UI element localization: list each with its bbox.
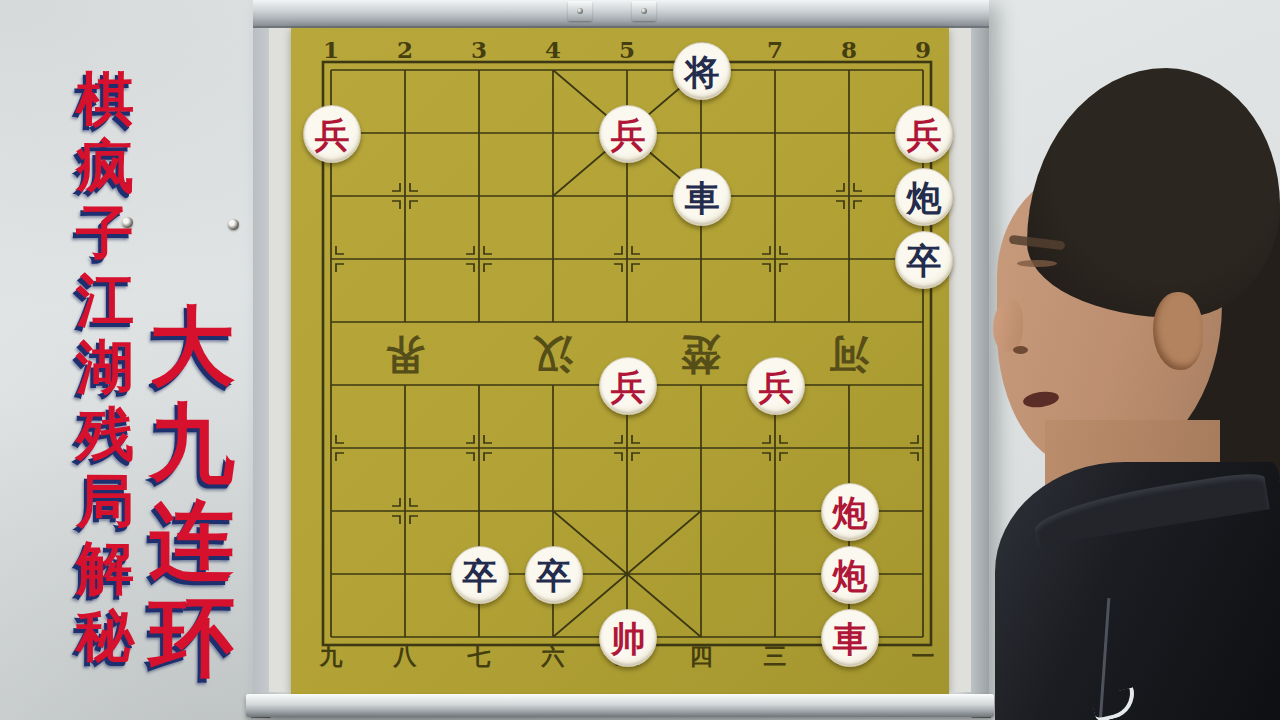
file-label-bottom: 六 [542,641,565,672]
channel-title: 棋疯子江湖残局解秘 [70,66,140,669]
file-label-bottom: 八 [394,641,417,672]
piece-red-兵[interactable]: 兵 [599,105,657,163]
presenter-eye [1017,260,1057,267]
river-text: 界 [385,327,425,382]
piece-red-炮[interactable]: 炮 [821,483,879,541]
presenter [985,0,1280,720]
file-label-top: 3 [471,36,487,63]
piece-glyph: 将 [685,54,720,89]
file-label-bottom: 四 [690,641,713,672]
piece-glyph: 炮 [833,495,868,530]
piece-red-兵[interactable]: 兵 [747,357,805,415]
file-label-top: 4 [545,36,561,63]
river-text: 楚 [681,327,721,382]
file-label-bottom: 七 [468,641,491,672]
piece-black-将[interactable]: 将 [673,42,731,100]
piece-glyph: 車 [833,621,868,656]
presenter-hair [1027,68,1280,318]
file-label-bottom: 三 [764,641,787,672]
file-label-bottom: 九 [320,641,343,672]
title-char: 环 [149,589,235,686]
piece-black-卒[interactable]: 卒 [895,231,953,289]
wall-screw [228,219,239,230]
title-char: 残 [76,401,134,468]
title-char: 九 [149,395,235,492]
river-text: 河 [829,327,869,382]
file-label-bottom: 一 [912,641,935,672]
marker-tray [246,694,994,717]
piece-red-兵[interactable]: 兵 [599,357,657,415]
frame-top-rail [253,0,989,28]
title-char: 江 [76,267,134,334]
piece-glyph: 兵 [759,369,794,404]
hanger-bracket [568,1,592,21]
piece-glyph: 卒 [463,558,498,593]
piece-glyph: 兵 [611,117,646,152]
file-label-top: 2 [397,36,413,63]
river-text: 汉 [533,327,573,382]
hanger-bracket [632,1,656,21]
piece-glyph: 兵 [907,117,942,152]
title-char: 秘 [76,602,134,669]
file-label-top: 5 [619,36,635,63]
piece-glyph: 帅 [611,621,646,656]
piece-glyph: 炮 [907,180,942,215]
file-label-top: 7 [767,36,783,63]
piece-red-兵[interactable]: 兵 [303,105,361,163]
piece-black-車[interactable]: 車 [673,168,731,226]
piece-black-卒[interactable]: 卒 [525,546,583,604]
piece-glyph: 兵 [315,117,350,152]
piece-glyph: 炮 [833,558,868,593]
piece-red-炮[interactable]: 炮 [821,546,879,604]
title-char: 连 [149,492,235,589]
piece-glyph: 卒 [537,558,572,593]
title-char: 棋 [76,66,134,133]
title-char: 子 [76,200,134,267]
title-char: 湖 [76,334,134,401]
piece-black-卒[interactable]: 卒 [451,546,509,604]
piece-red-車[interactable]: 車 [821,609,879,667]
piece-black-炮[interactable]: 炮 [895,168,953,226]
presenter-nostril [1013,346,1028,354]
piece-glyph: 車 [685,180,720,215]
file-label-top: 1 [323,36,339,63]
presenter-ear [1153,292,1203,370]
video-frame: 棋疯子江湖残局解秘 大九连环 123456789九八七六五四三二一 界汉楚河 将… [0,0,1280,720]
piece-red-兵[interactable]: 兵 [895,105,953,163]
piece-glyph: 卒 [907,243,942,278]
title-char: 解 [76,535,134,602]
piece-glyph: 兵 [611,369,646,404]
file-label-top: 9 [915,36,931,63]
presenter-nose [993,300,1023,352]
xiangqi-board: 123456789九八七六五四三二一 界汉楚河 将兵兵兵車炮卒兵兵炮卒卒炮車帅 [291,28,949,694]
title-char: 局 [76,468,134,535]
file-label-top: 8 [841,36,857,63]
title-char: 大 [149,298,235,395]
title-char: 疯 [76,133,134,200]
piece-red-帅[interactable]: 帅 [599,609,657,667]
episode-title: 大九连环 [144,298,240,686]
